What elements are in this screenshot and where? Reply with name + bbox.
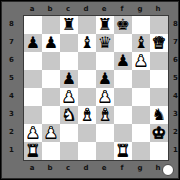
rank-label-1: 1 — [5, 141, 18, 159]
square-g5[interactable] — [132, 70, 150, 88]
square-c5[interactable]: ♟ — [60, 70, 78, 88]
square-h1[interactable] — [150, 142, 168, 160]
square-f6[interactable]: ♟ — [114, 52, 132, 70]
square-b1[interactable] — [42, 142, 60, 160]
square-f4[interactable] — [114, 88, 132, 106]
piece-black-pawn-e5[interactable]: ♟ — [98, 70, 112, 88]
rank-label-1: 1 — [169, 141, 180, 159]
square-d8[interactable] — [78, 16, 96, 34]
piece-black-knight-h3[interactable]: ♞ — [152, 106, 166, 124]
rank-label-5: 5 — [5, 69, 18, 87]
piece-black-rook-e8[interactable]: ♜ — [98, 16, 112, 34]
piece-black-queen-e7[interactable]: ♛ — [98, 34, 112, 52]
file-label-d: d — [77, 3, 95, 14]
square-d4[interactable] — [78, 88, 96, 106]
square-d3[interactable]: ♝ — [78, 106, 96, 124]
square-d5[interactable] — [78, 70, 96, 88]
square-h4[interactable] — [150, 88, 168, 106]
file-label-e: e — [95, 3, 113, 14]
file-label-c: c — [59, 162, 77, 173]
file-label-b: b — [41, 162, 59, 173]
square-b8[interactable] — [42, 16, 60, 34]
square-e7[interactable]: ♛ — [96, 34, 114, 52]
square-g6[interactable]: ♟ — [132, 52, 150, 70]
square-c2[interactable] — [60, 124, 78, 142]
piece-white-pawn-a2[interactable]: ♟ — [26, 124, 40, 142]
piece-white-knight-c3[interactable]: ♞ — [62, 106, 76, 124]
square-h2[interactable]: ♚ — [150, 124, 168, 142]
chessboard[interactable]: ♜♜♚♟♟♝♛♝♛♟♟♟♟♟♟♞♝♝♞♟♟♚♜♜ — [23, 15, 169, 161]
file-label-a: a — [23, 162, 41, 173]
square-b6[interactable] — [42, 52, 60, 70]
piece-black-pawn-f6[interactable]: ♟ — [116, 52, 130, 70]
piece-white-rook-f1[interactable]: ♜ — [116, 142, 130, 160]
square-c4[interactable]: ♟ — [60, 88, 78, 106]
square-a7[interactable]: ♟ — [24, 34, 42, 52]
square-b5[interactable] — [42, 70, 60, 88]
square-h7[interactable]: ♛ — [150, 34, 168, 52]
square-g2[interactable] — [132, 124, 150, 142]
rank-label-5: 5 — [169, 69, 180, 87]
square-b3[interactable] — [42, 106, 60, 124]
square-c1[interactable] — [60, 142, 78, 160]
rank-labels-left: 87654321 — [5, 15, 18, 159]
square-h3[interactable]: ♞ — [150, 106, 168, 124]
file-label-g: g — [131, 3, 149, 14]
square-a2[interactable]: ♟ — [24, 124, 42, 142]
rank-label-4: 4 — [5, 87, 18, 105]
piece-white-pawn-e4[interactable]: ♟ — [98, 88, 112, 106]
rank-label-7: 7 — [5, 33, 18, 51]
file-label-c: c — [59, 3, 77, 14]
square-f8[interactable]: ♚ — [114, 16, 132, 34]
piece-black-pawn-c5[interactable]: ♟ — [62, 70, 76, 88]
square-e4[interactable]: ♟ — [96, 88, 114, 106]
square-c7[interactable] — [60, 34, 78, 52]
piece-white-bishop-e3[interactable]: ♝ — [98, 106, 112, 124]
file-label-h: h — [149, 3, 167, 14]
square-g1[interactable] — [132, 142, 150, 160]
piece-white-rook-a1[interactable]: ♜ — [26, 142, 40, 160]
file-label-d: d — [77, 162, 95, 173]
square-c6[interactable] — [60, 52, 78, 70]
square-d7[interactable]: ♝ — [78, 34, 96, 52]
piece-black-bishop-g7[interactable]: ♝ — [134, 34, 148, 52]
square-f5[interactable] — [114, 70, 132, 88]
square-e6[interactable] — [96, 52, 114, 70]
square-g3[interactable] — [132, 106, 150, 124]
square-a8[interactable] — [24, 16, 42, 34]
rank-label-4: 4 — [169, 87, 180, 105]
piece-black-pawn-a7[interactable]: ♟ — [26, 34, 40, 52]
square-e3[interactable]: ♝ — [96, 106, 114, 124]
white-to-move-indicator — [162, 164, 174, 176]
square-c3[interactable]: ♞ — [60, 106, 78, 124]
rank-label-3: 3 — [5, 105, 18, 123]
square-c8[interactable]: ♜ — [60, 16, 78, 34]
rank-label-3: 3 — [169, 105, 180, 123]
rank-label-6: 6 — [5, 51, 18, 69]
board-frame: abcdefgh abcdefgh 87654321 87654321 ♜♜♚♟… — [1, 1, 179, 179]
square-f2[interactable] — [114, 124, 132, 142]
piece-black-pawn-b7[interactable]: ♟ — [44, 34, 58, 52]
file-label-f: f — [113, 3, 131, 14]
rank-label-2: 2 — [169, 123, 180, 141]
file-label-g: g — [131, 162, 149, 173]
square-e1[interactable] — [96, 142, 114, 160]
square-a4[interactable] — [24, 88, 42, 106]
square-d2[interactable] — [78, 124, 96, 142]
piece-black-bishop-d7[interactable]: ♝ — [80, 34, 94, 52]
square-e8[interactable]: ♜ — [96, 16, 114, 34]
rank-label-8: 8 — [169, 15, 180, 33]
file-labels-top: abcdefgh — [23, 3, 167, 14]
square-b2[interactable]: ♟ — [42, 124, 60, 142]
rank-label-8: 8 — [5, 15, 18, 33]
square-h6[interactable] — [150, 52, 168, 70]
file-labels-bottom: abcdefgh — [23, 162, 167, 173]
rank-label-2: 2 — [5, 123, 18, 141]
square-a3[interactable] — [24, 106, 42, 124]
piece-white-king-h2[interactable]: ♚ — [152, 124, 166, 142]
piece-white-queen-h7[interactable]: ♛ — [152, 34, 166, 52]
piece-white-bishop-d3[interactable]: ♝ — [80, 106, 94, 124]
square-a1[interactable]: ♜ — [24, 142, 42, 160]
rank-label-7: 7 — [169, 33, 180, 51]
piece-white-pawn-b2[interactable]: ♟ — [44, 124, 58, 142]
file-label-b: b — [41, 3, 59, 14]
piece-white-pawn-c4[interactable]: ♟ — [62, 88, 76, 106]
piece-white-pawn-g6[interactable]: ♟ — [134, 52, 148, 70]
square-e2[interactable] — [96, 124, 114, 142]
square-f1[interactable]: ♜ — [114, 142, 132, 160]
square-d6[interactable] — [78, 52, 96, 70]
file-label-a: a — [23, 3, 41, 14]
square-f7[interactable] — [114, 34, 132, 52]
square-a6[interactable] — [24, 52, 42, 70]
square-h5[interactable] — [150, 70, 168, 88]
square-d1[interactable] — [78, 142, 96, 160]
square-g4[interactable] — [132, 88, 150, 106]
rank-labels-right: 87654321 — [169, 15, 180, 159]
square-b7[interactable]: ♟ — [42, 34, 60, 52]
square-f3[interactable] — [114, 106, 132, 124]
piece-black-rook-c8[interactable]: ♜ — [62, 16, 76, 34]
square-g7[interactable]: ♝ — [132, 34, 150, 52]
file-label-e: e — [95, 162, 113, 173]
rank-label-6: 6 — [169, 51, 180, 69]
square-g8[interactable] — [132, 16, 150, 34]
file-label-f: f — [113, 162, 131, 173]
square-b4[interactable] — [42, 88, 60, 106]
square-e5[interactable]: ♟ — [96, 70, 114, 88]
square-a5[interactable] — [24, 70, 42, 88]
piece-black-king-f8[interactable]: ♚ — [116, 16, 130, 34]
square-h8[interactable] — [150, 16, 168, 34]
